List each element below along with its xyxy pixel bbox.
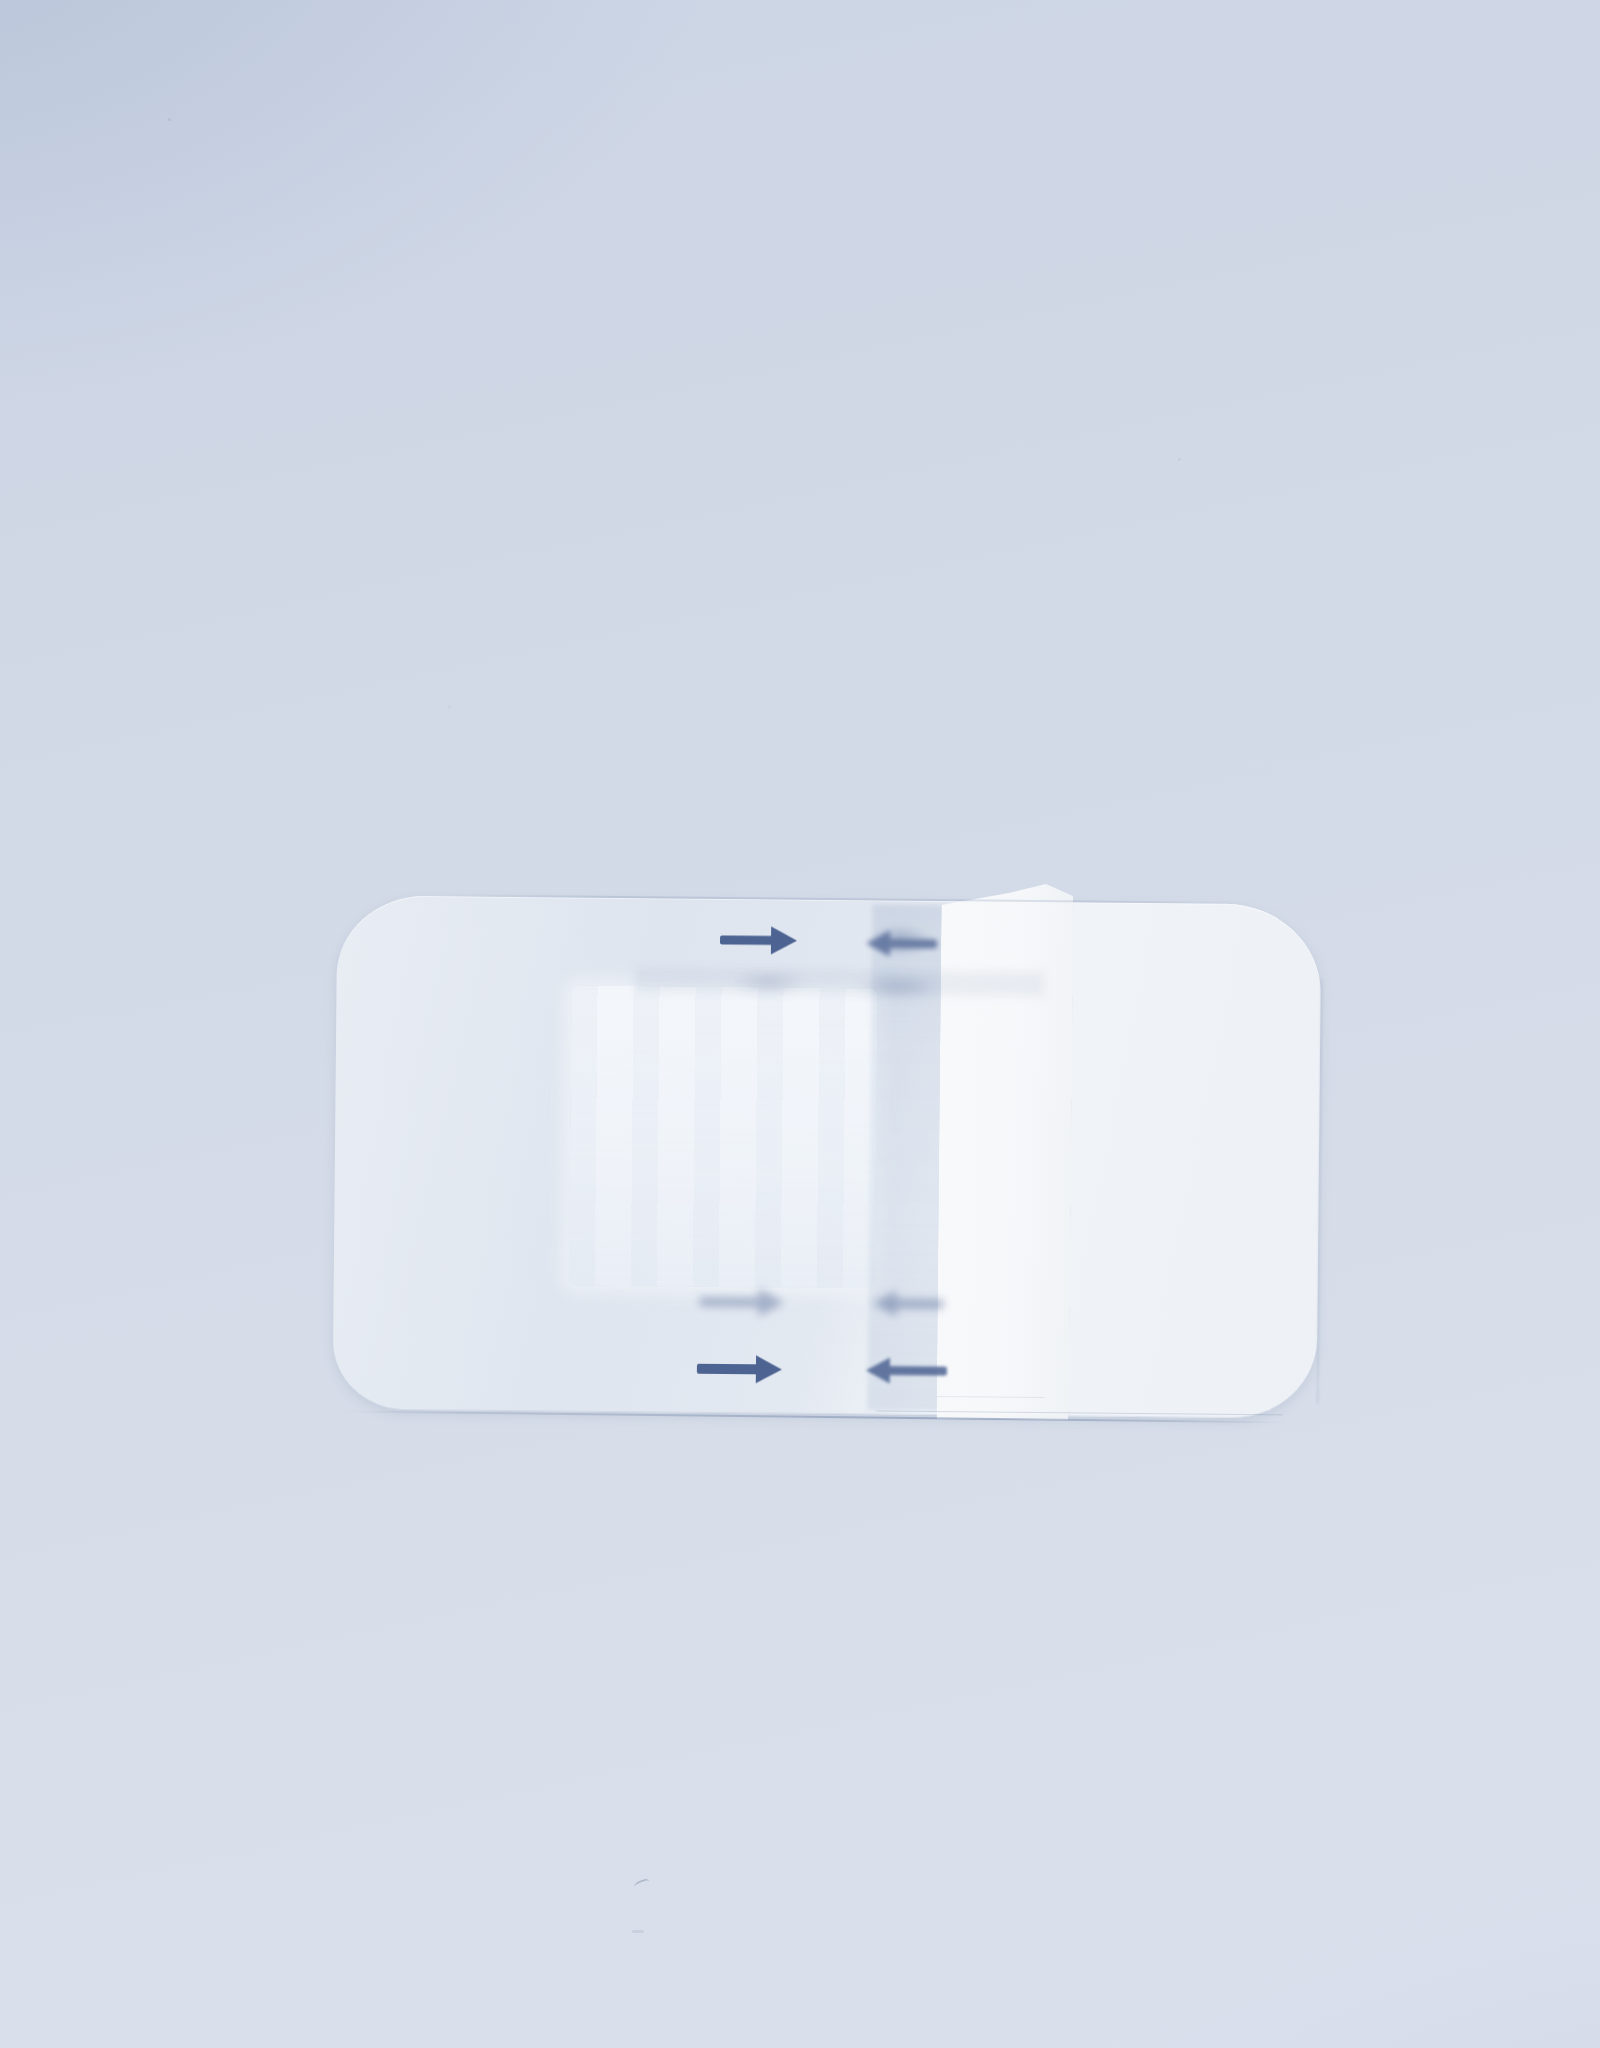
wound-dressing (330, 873, 1327, 1430)
arrow-middle-right-pointing-ghost (697, 1287, 787, 1318)
arrow-head (771, 926, 800, 954)
ghost-arrow-smudge (854, 974, 942, 999)
arrow-top-right-pointing (718, 925, 800, 956)
arrow-head (863, 930, 890, 956)
arrow-head (758, 1288, 787, 1316)
ghost-print-band (635, 968, 1045, 996)
arrow-shaft (700, 1297, 766, 1307)
arrow-shaft (890, 1299, 944, 1309)
arrow-head (756, 1355, 785, 1383)
arrow-shaft (883, 939, 937, 949)
dust-speck (1178, 458, 1181, 461)
dust-speck (168, 118, 171, 121)
arrow-bottom-left-pointing (863, 1354, 949, 1387)
arrow-shaft (883, 1366, 947, 1376)
hair-speck (633, 1878, 651, 1892)
arrow-head (863, 1357, 890, 1383)
arrow-shaft (720, 935, 778, 945)
photo-background (0, 0, 1600, 2048)
dust-speck (448, 706, 451, 708)
arrow-top-left-pointing (863, 928, 939, 959)
arrow-bottom-right-pointing (695, 1351, 785, 1388)
ghost-arrow-smudge (731, 971, 807, 994)
arrow-middle-left-pointing-ghost (869, 1288, 945, 1319)
arrow-head (869, 1290, 896, 1316)
absorbent-pad (569, 986, 878, 1289)
arrow-shaft (697, 1364, 763, 1375)
release-paper-strip (936, 883, 1073, 1420)
dust-speck (632, 1930, 644, 1933)
